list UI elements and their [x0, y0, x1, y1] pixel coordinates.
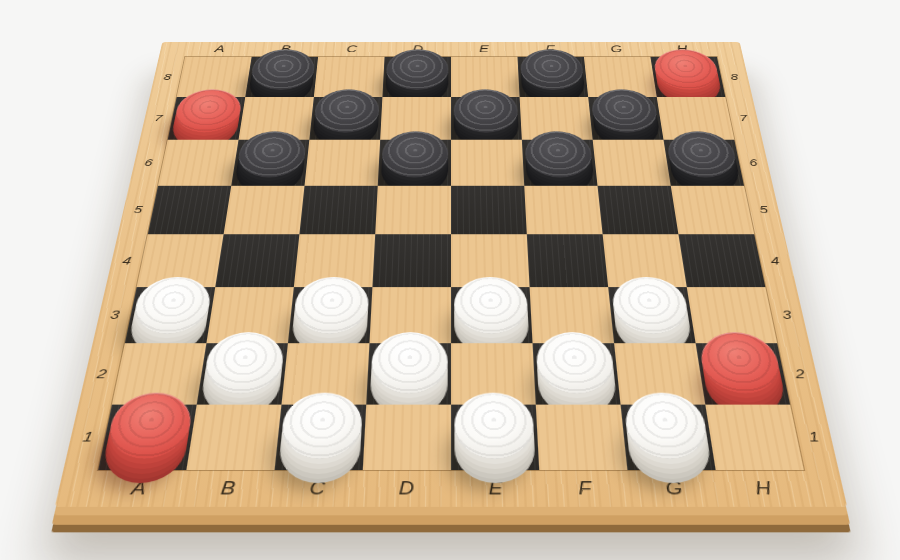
square-h4[interactable]	[678, 234, 765, 286]
square-c6	[305, 140, 381, 186]
file-label-h: H	[716, 470, 812, 507]
square-d6[interactable]	[378, 140, 451, 186]
square-h1	[705, 404, 804, 470]
file-label-e: E	[451, 42, 517, 57]
square-b4[interactable]	[215, 234, 299, 286]
square-d8[interactable]	[382, 57, 451, 97]
square-b6[interactable]	[231, 140, 309, 186]
square-g7[interactable]	[588, 97, 663, 140]
black-piece-d6[interactable]	[381, 131, 448, 177]
square-f1	[536, 404, 628, 470]
board-perspective-wrapper: ABCDEFGH ABCDEFGH 87654321 87654321	[55, 42, 847, 507]
file-label-g: G	[627, 470, 721, 507]
square-b2[interactable]	[197, 343, 288, 404]
scene: ABCDEFGH ABCDEFGH 87654321 87654321	[0, 0, 900, 560]
file-label-d: D	[361, 470, 451, 507]
square-h5	[671, 185, 755, 234]
square-f4[interactable]	[527, 234, 608, 286]
square-c3[interactable]	[288, 287, 373, 343]
file-label-f: F	[539, 470, 631, 507]
square-a7[interactable]	[168, 97, 246, 140]
square-a5[interactable]	[148, 185, 232, 234]
white-piece-d2[interactable]	[370, 332, 448, 393]
square-e1[interactable]	[451, 404, 539, 470]
square-d5	[375, 185, 451, 234]
square-d1	[363, 404, 451, 470]
file-label-c: C	[318, 42, 385, 57]
black-piece-e7[interactable]	[454, 89, 519, 132]
square-h2[interactable]	[696, 343, 790, 404]
file-label-c: C	[271, 470, 363, 507]
square-a1[interactable]	[98, 404, 197, 470]
square-f6[interactable]	[522, 140, 598, 186]
black-piece-d8[interactable]	[385, 49, 448, 90]
white-piece-e3[interactable]	[454, 277, 529, 334]
square-g5[interactable]	[597, 185, 678, 234]
file-label-e: E	[451, 470, 541, 507]
square-b8[interactable]	[245, 57, 318, 97]
square-b5	[224, 185, 305, 234]
square-d2[interactable]	[366, 343, 451, 404]
square-e5[interactable]	[451, 185, 527, 234]
square-g6	[593, 140, 671, 186]
square-f5	[524, 185, 602, 234]
board-grid	[98, 57, 804, 470]
file-label-b: B	[181, 470, 275, 507]
square-f8[interactable]	[517, 57, 588, 97]
square-c5[interactable]	[299, 185, 377, 234]
square-e6	[451, 140, 524, 186]
square-f2[interactable]	[533, 343, 621, 404]
square-a3[interactable]	[125, 287, 215, 343]
square-g1[interactable]	[620, 404, 715, 470]
square-d4[interactable]	[372, 234, 451, 286]
square-h6[interactable]	[663, 140, 743, 186]
square-c1[interactable]	[275, 404, 367, 470]
square-g3[interactable]	[608, 287, 695, 343]
file-label-a: A	[185, 42, 254, 57]
square-b1	[186, 404, 281, 470]
checkers-board: ABCDEFGH ABCDEFGH 87654321 87654321	[55, 42, 847, 507]
square-e7[interactable]	[451, 97, 522, 140]
square-a6	[158, 140, 238, 186]
file-label-a: A	[90, 470, 186, 507]
file-labels-bottom: ABCDEFGH	[90, 470, 811, 507]
file-label-g: G	[582, 42, 650, 57]
square-c7[interactable]	[309, 97, 382, 140]
square-e3[interactable]	[451, 287, 533, 343]
square-h8[interactable]	[650, 57, 725, 97]
